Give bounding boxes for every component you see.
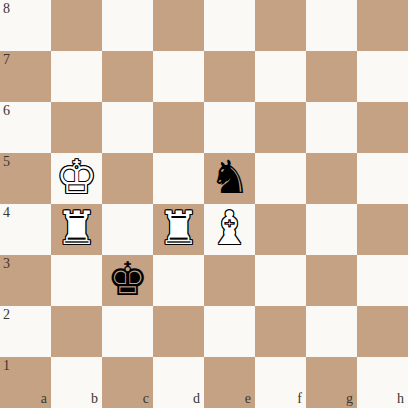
rank-label-4: 4	[3, 206, 10, 220]
rank-label-8: 8	[3, 2, 10, 16]
white-king-b5: ♚	[56, 152, 97, 203]
square-d8[interactable]	[153, 0, 204, 51]
square-h1[interactable]: h	[357, 357, 408, 408]
square-d6[interactable]	[153, 102, 204, 153]
square-f1[interactable]: f	[255, 357, 306, 408]
file-label-d: d	[193, 392, 200, 406]
white-rook-b4: ♜	[56, 203, 97, 254]
square-h2[interactable]	[357, 306, 408, 357]
rank-label-2: 2	[3, 308, 10, 322]
square-h6[interactable]	[357, 102, 408, 153]
square-a4[interactable]: 4	[0, 204, 51, 255]
square-b3[interactable]	[51, 255, 102, 306]
square-a2[interactable]: 2	[0, 306, 51, 357]
square-h8[interactable]	[357, 0, 408, 51]
black-king-c3: ♚	[107, 254, 148, 305]
rank-label-5: 5	[3, 155, 10, 169]
square-b4[interactable]: ♜	[51, 204, 102, 255]
square-c8[interactable]	[102, 0, 153, 51]
square-e5[interactable]: ♞	[204, 153, 255, 204]
square-c5[interactable]	[102, 153, 153, 204]
square-a5[interactable]: 5	[0, 153, 51, 204]
square-a6[interactable]: 6	[0, 102, 51, 153]
square-c7[interactable]	[102, 51, 153, 102]
square-g1[interactable]: g	[306, 357, 357, 408]
square-b2[interactable]	[51, 306, 102, 357]
square-c1[interactable]: c	[102, 357, 153, 408]
board-container: 8765♚♞4♜♜♝3♚21abcdefgh	[0, 0, 408, 408]
square-h3[interactable]	[357, 255, 408, 306]
square-g3[interactable]	[306, 255, 357, 306]
square-f2[interactable]	[255, 306, 306, 357]
square-h4[interactable]	[357, 204, 408, 255]
rank-label-7: 7	[3, 53, 10, 67]
square-c3[interactable]: ♚	[102, 255, 153, 306]
square-h7[interactable]	[357, 51, 408, 102]
square-f5[interactable]	[255, 153, 306, 204]
square-a7[interactable]: 7	[0, 51, 51, 102]
square-a8[interactable]: 8	[0, 0, 51, 51]
square-b1[interactable]: b	[51, 357, 102, 408]
square-f3[interactable]	[255, 255, 306, 306]
rank-label-1: 1	[3, 359, 10, 373]
square-b6[interactable]	[51, 102, 102, 153]
square-e4[interactable]: ♝	[204, 204, 255, 255]
square-g2[interactable]	[306, 306, 357, 357]
square-b7[interactable]	[51, 51, 102, 102]
square-g8[interactable]	[306, 0, 357, 51]
square-f6[interactable]	[255, 102, 306, 153]
white-rook-d4: ♜	[158, 203, 199, 254]
square-b8[interactable]	[51, 0, 102, 51]
file-label-e: e	[245, 392, 251, 406]
rank-label-3: 3	[3, 257, 10, 271]
white-bishop-e4: ♝	[209, 203, 250, 254]
square-h5[interactable]	[357, 153, 408, 204]
square-e1[interactable]: e	[204, 357, 255, 408]
square-g4[interactable]	[306, 204, 357, 255]
square-e7[interactable]	[204, 51, 255, 102]
file-label-a: a	[41, 392, 47, 406]
square-d7[interactable]	[153, 51, 204, 102]
square-g6[interactable]	[306, 102, 357, 153]
file-label-h: h	[397, 392, 404, 406]
square-f4[interactable]	[255, 204, 306, 255]
file-label-g: g	[346, 392, 353, 406]
square-b5[interactable]: ♚	[51, 153, 102, 204]
rank-label-6: 6	[3, 104, 10, 118]
chess-board: 8765♚♞4♜♜♝3♚21abcdefgh	[0, 0, 408, 408]
square-g7[interactable]	[306, 51, 357, 102]
square-d2[interactable]	[153, 306, 204, 357]
square-e3[interactable]	[204, 255, 255, 306]
square-d4[interactable]: ♜	[153, 204, 204, 255]
square-a3[interactable]: 3	[0, 255, 51, 306]
square-d5[interactable]	[153, 153, 204, 204]
file-label-f: f	[297, 392, 302, 406]
square-d1[interactable]: d	[153, 357, 204, 408]
square-c4[interactable]	[102, 204, 153, 255]
file-label-b: b	[91, 392, 98, 406]
square-f7[interactable]	[255, 51, 306, 102]
square-d3[interactable]	[153, 255, 204, 306]
square-c2[interactable]	[102, 306, 153, 357]
file-label-c: c	[143, 392, 149, 406]
square-a1[interactable]: 1a	[0, 357, 51, 408]
square-e6[interactable]	[204, 102, 255, 153]
square-c6[interactable]	[102, 102, 153, 153]
black-knight-e5: ♞	[209, 152, 250, 203]
square-g5[interactable]	[306, 153, 357, 204]
square-e8[interactable]	[204, 0, 255, 51]
square-f8[interactable]	[255, 0, 306, 51]
square-e2[interactable]	[204, 306, 255, 357]
